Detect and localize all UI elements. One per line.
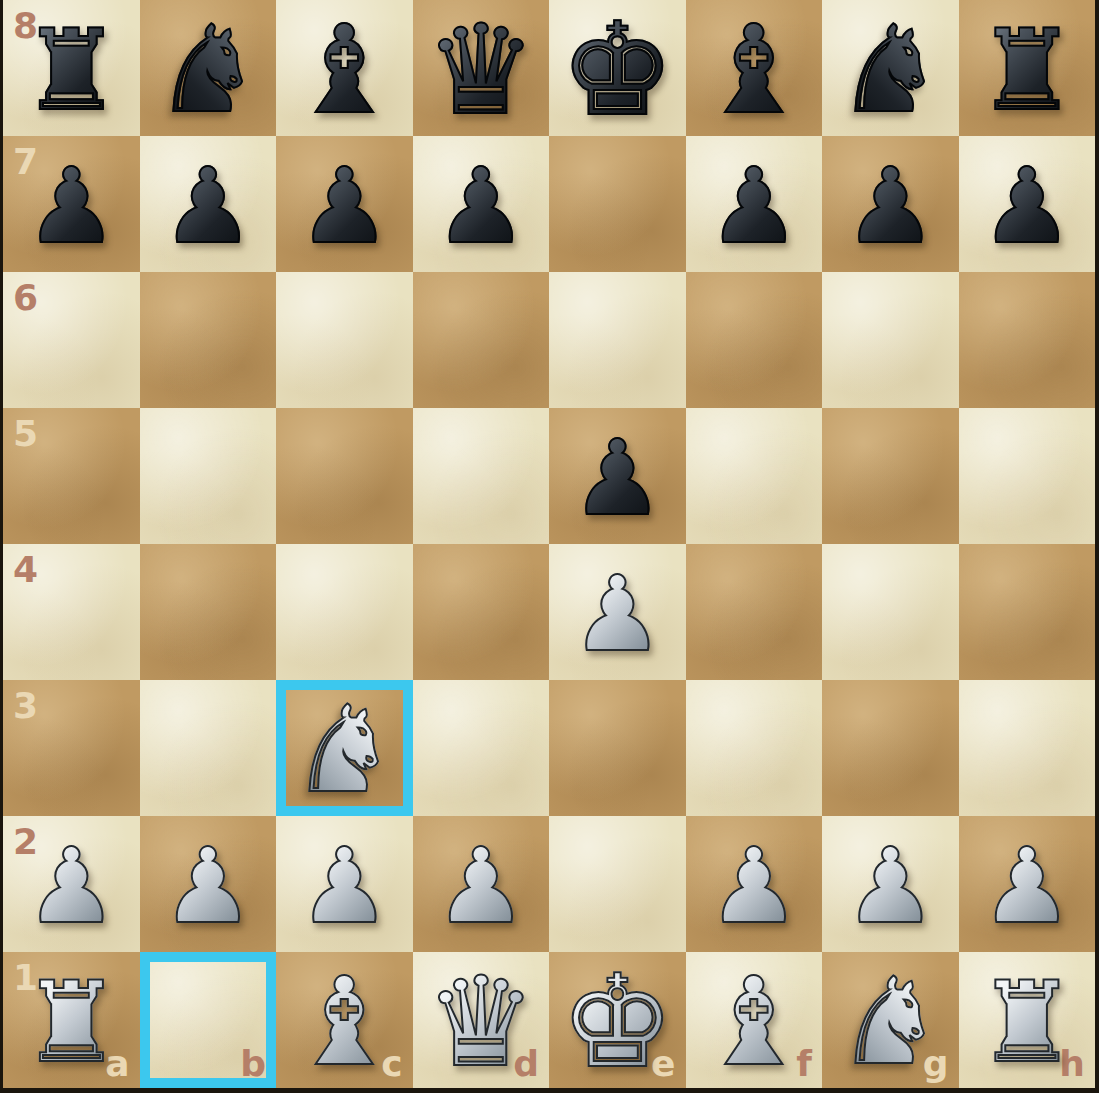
square-h4[interactable] xyxy=(959,544,1096,680)
square-f4[interactable] xyxy=(686,544,823,680)
piece-wQ-d1[interactable]: ♛ xyxy=(425,960,536,1084)
square-f7[interactable]: ♟ xyxy=(686,136,823,272)
square-g8[interactable]: ♞ xyxy=(822,0,959,136)
square-f8[interactable]: ♝ xyxy=(686,0,823,136)
piece-wP-b2[interactable]: ♟ xyxy=(161,834,254,938)
square-b8[interactable]: ♞ xyxy=(140,0,277,136)
piece-wP-f2[interactable]: ♟ xyxy=(707,834,800,938)
square-d5[interactable] xyxy=(413,408,550,544)
square-h3[interactable] xyxy=(959,680,1096,816)
square-e8[interactable]: ♚ xyxy=(549,0,686,136)
piece-bP-d7[interactable]: ♟ xyxy=(434,154,527,258)
piece-bP-f7[interactable]: ♟ xyxy=(707,154,800,258)
piece-wN-c3[interactable]: ♞ xyxy=(290,690,398,810)
rank-label-6: 6 xyxy=(13,280,38,316)
piece-wR-h1[interactable]: ♜ xyxy=(977,966,1077,1078)
square-a7[interactable]: 7♟ xyxy=(3,136,140,272)
square-h6[interactable] xyxy=(959,272,1096,408)
square-c4[interactable] xyxy=(276,544,413,680)
piece-wP-h2[interactable]: ♟ xyxy=(980,834,1073,938)
square-g2[interactable]: ♟ xyxy=(822,816,959,952)
square-a5[interactable]: 5 xyxy=(3,408,140,544)
piece-wK-e1[interactable]: ♚ xyxy=(560,958,675,1086)
square-h8[interactable]: ♜ xyxy=(959,0,1096,136)
square-d8[interactable]: ♛ xyxy=(413,0,550,136)
piece-wR-a1[interactable]: ♜ xyxy=(21,966,121,1078)
square-a8[interactable]: 8♜ xyxy=(3,0,140,136)
square-f2[interactable]: ♟ xyxy=(686,816,823,952)
piece-bR-a8[interactable]: ♜ xyxy=(21,14,121,126)
piece-bK-e8[interactable]: ♚ xyxy=(560,6,675,134)
piece-bP-b7[interactable]: ♟ xyxy=(161,154,254,258)
square-g4[interactable] xyxy=(822,544,959,680)
square-h1[interactable]: h♜ xyxy=(959,952,1096,1088)
square-a2[interactable]: 2♟ xyxy=(3,816,140,952)
square-c1[interactable]: c♝ xyxy=(276,952,413,1088)
square-e6[interactable] xyxy=(549,272,686,408)
square-b6[interactable] xyxy=(140,272,277,408)
piece-wN-g1[interactable]: ♞ xyxy=(836,962,944,1082)
square-g3[interactable] xyxy=(822,680,959,816)
chess-board: 8♜♞♝♛♚♝♞♜7♟♟♟♟♟♟♟65♟4♟3♞2♟♟♟♟♟♟♟1a♜bc♝d♛… xyxy=(3,0,1095,1088)
square-b5[interactable] xyxy=(140,408,277,544)
square-c5[interactable] xyxy=(276,408,413,544)
square-d1[interactable]: d♛ xyxy=(413,952,550,1088)
rank-label-5: 5 xyxy=(13,416,38,452)
piece-bB-f8[interactable]: ♝ xyxy=(699,9,808,131)
square-f5[interactable] xyxy=(686,408,823,544)
square-h7[interactable]: ♟ xyxy=(959,136,1096,272)
square-h2[interactable]: ♟ xyxy=(959,816,1096,952)
square-e5[interactable]: ♟ xyxy=(549,408,686,544)
square-g7[interactable]: ♟ xyxy=(822,136,959,272)
square-g5[interactable] xyxy=(822,408,959,544)
piece-wB-c1[interactable]: ♝ xyxy=(290,961,399,1083)
square-e4[interactable]: ♟ xyxy=(549,544,686,680)
piece-wP-g2[interactable]: ♟ xyxy=(844,834,937,938)
square-c6[interactable] xyxy=(276,272,413,408)
square-b3[interactable] xyxy=(140,680,277,816)
piece-bP-h7[interactable]: ♟ xyxy=(980,154,1073,258)
square-b1[interactable]: b xyxy=(140,952,277,1088)
square-h5[interactable] xyxy=(959,408,1096,544)
square-d6[interactable] xyxy=(413,272,550,408)
piece-bP-c7[interactable]: ♟ xyxy=(298,154,391,258)
rank-label-3: 3 xyxy=(13,688,38,724)
piece-bN-g8[interactable]: ♞ xyxy=(836,10,944,130)
piece-bR-h8[interactable]: ♜ xyxy=(977,14,1077,126)
square-c7[interactable]: ♟ xyxy=(276,136,413,272)
square-d7[interactable]: ♟ xyxy=(413,136,550,272)
piece-bQ-d8[interactable]: ♛ xyxy=(425,8,536,132)
square-b7[interactable]: ♟ xyxy=(140,136,277,272)
square-f1[interactable]: f♝ xyxy=(686,952,823,1088)
square-b2[interactable]: ♟ xyxy=(140,816,277,952)
square-e7[interactable] xyxy=(549,136,686,272)
square-b4[interactable] xyxy=(140,544,277,680)
square-a6[interactable]: 6 xyxy=(3,272,140,408)
square-f6[interactable] xyxy=(686,272,823,408)
piece-wP-e4[interactable]: ♟ xyxy=(571,562,664,666)
square-c8[interactable]: ♝ xyxy=(276,0,413,136)
piece-wB-f1[interactable]: ♝ xyxy=(699,961,808,1083)
square-a1[interactable]: 1a♜ xyxy=(3,952,140,1088)
square-g6[interactable] xyxy=(822,272,959,408)
piece-bP-g7[interactable]: ♟ xyxy=(844,154,937,258)
square-a4[interactable]: 4 xyxy=(3,544,140,680)
piece-bP-a7[interactable]: ♟ xyxy=(25,154,118,258)
square-e2[interactable] xyxy=(549,816,686,952)
square-d2[interactable]: ♟ xyxy=(413,816,550,952)
square-d4[interactable] xyxy=(413,544,550,680)
piece-bB-c8[interactable]: ♝ xyxy=(290,9,399,131)
piece-bN-b8[interactable]: ♞ xyxy=(154,10,262,130)
file-label-b: b xyxy=(240,1046,266,1082)
piece-wP-c2[interactable]: ♟ xyxy=(298,834,391,938)
rank-label-4: 4 xyxy=(13,552,38,588)
square-f3[interactable] xyxy=(686,680,823,816)
piece-wP-d2[interactable]: ♟ xyxy=(434,834,527,938)
square-d3[interactable] xyxy=(413,680,550,816)
square-c2[interactable]: ♟ xyxy=(276,816,413,952)
square-a3[interactable]: 3 xyxy=(3,680,140,816)
piece-wP-a2[interactable]: ♟ xyxy=(25,834,118,938)
piece-bP-e5[interactable]: ♟ xyxy=(571,426,664,530)
square-c3[interactable]: ♞ xyxy=(276,680,413,816)
square-e1[interactable]: e♚ xyxy=(549,952,686,1088)
square-e3[interactable] xyxy=(549,680,686,816)
square-g1[interactable]: g♞ xyxy=(822,952,959,1088)
